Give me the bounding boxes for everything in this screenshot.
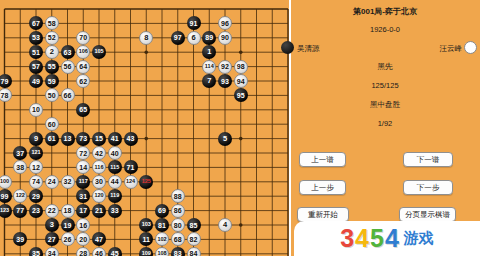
stone-124: 124: [124, 175, 138, 189]
restart-button[interactable]: 重新开始: [297, 207, 349, 222]
logo-digit: 4: [385, 224, 400, 253]
stone-119: 119: [108, 189, 122, 203]
game-result: 黑中盘胜: [290, 100, 480, 110]
stone-69: 69: [155, 204, 169, 218]
stone-60: 60: [45, 117, 59, 131]
stone-81: 81: [155, 218, 169, 232]
stone-42: 42: [92, 146, 106, 160]
stone-71: 71: [124, 160, 138, 174]
stone-57: 57: [29, 60, 43, 74]
stone-74: 74: [29, 175, 43, 189]
stone-125: 125: [139, 175, 153, 189]
stone-56: 56: [61, 60, 75, 74]
stone-64: 64: [76, 60, 90, 74]
stone-100: 100: [0, 175, 12, 189]
next-move-button[interactable]: 下一步: [403, 180, 453, 195]
stone-79: 79: [0, 74, 12, 88]
stone-43: 43: [124, 132, 138, 146]
stone-19: 19: [61, 218, 75, 232]
stone-53: 53: [29, 31, 43, 45]
stone-23: 23: [29, 204, 43, 218]
stone-46: 46: [92, 247, 106, 256]
stone-89: 89: [202, 31, 216, 45]
stone-94: 94: [234, 74, 248, 88]
stone-24: 24: [45, 175, 59, 189]
stone-4: 4: [218, 218, 232, 232]
stone-83: 83: [171, 247, 185, 256]
stone-98: 98: [234, 60, 248, 74]
stone-55: 55: [45, 60, 59, 74]
stone-99: 99: [0, 189, 12, 203]
stone-41: 41: [108, 132, 122, 146]
stone-30: 30: [92, 175, 106, 189]
stone-8: 8: [139, 31, 153, 45]
stone-114: 114: [202, 60, 216, 74]
stone-52: 52: [45, 31, 59, 45]
stone-33: 33: [108, 204, 122, 218]
prev-move-button[interactable]: 上一步: [299, 180, 346, 195]
game-index: 1/92: [290, 119, 480, 128]
stone-35: 35: [29, 247, 43, 256]
stone-123: 123: [0, 204, 12, 218]
stone-70: 70: [76, 31, 90, 45]
stone-44: 44: [108, 175, 122, 189]
first-move-label: 黑先: [290, 62, 480, 72]
logo-digit: 3: [340, 224, 355, 253]
stone-21: 21: [92, 204, 106, 218]
stone-80: 80: [171, 218, 185, 232]
prev-game-button[interactable]: 上一谱: [299, 152, 346, 167]
app-window: 1234567891011121314151617181920212223242…: [0, 0, 480, 256]
star-point: [239, 50, 243, 54]
stone-32: 32: [61, 175, 75, 189]
stone-82: 82: [187, 232, 201, 246]
logo-suffix: 游戏: [404, 229, 434, 248]
stone-85: 85: [187, 218, 201, 232]
game-date: 1926-0-0: [290, 25, 480, 34]
stone-34: 34: [45, 247, 59, 256]
stone-73: 73: [76, 132, 90, 146]
stone-59: 59: [45, 74, 59, 88]
star-point: [239, 223, 243, 227]
black-player-name: 吴清源: [297, 44, 320, 54]
black-player-stone-icon: [281, 41, 294, 54]
stone-91: 91: [187, 16, 201, 30]
stone-9: 9: [29, 132, 43, 146]
stone-88: 88: [171, 189, 185, 203]
star-point: [144, 137, 148, 141]
white-player-stone-icon: [464, 41, 477, 54]
logo-digit: 4: [355, 224, 370, 253]
stone-40: 40: [108, 146, 122, 160]
stone-13: 13: [61, 132, 75, 146]
stone-2: 2: [45, 45, 59, 59]
stone-22: 22: [45, 204, 59, 218]
stone-18: 18: [61, 204, 75, 218]
logo-digit: 5: [370, 224, 385, 253]
stone-117: 117: [76, 175, 90, 189]
stone-63: 63: [61, 45, 75, 59]
next-game-button[interactable]: 下一谱: [403, 152, 453, 167]
white-player-name: 汪云峰: [440, 44, 463, 54]
panel-divider: [289, 0, 292, 256]
game-title: 第001局-弈于北京: [290, 6, 480, 17]
stone-90: 90: [218, 31, 232, 45]
stone-10: 10: [29, 103, 43, 117]
stone-65: 65: [76, 103, 90, 117]
stone-84: 84: [187, 247, 201, 256]
stone-17: 17: [76, 204, 90, 218]
stone-49: 49: [29, 74, 43, 88]
stone-77: 77: [13, 204, 27, 218]
star-point: [239, 137, 243, 141]
paged-kifu-button[interactable]: 分页显示棋谱: [399, 207, 456, 222]
stone-97: 97: [171, 31, 185, 45]
stone-93: 93: [218, 74, 232, 88]
star-point: [144, 50, 148, 54]
3454-games-logo[interactable]: 3454游戏: [294, 221, 480, 256]
stone-86: 86: [171, 204, 185, 218]
stone-6: 6: [187, 31, 201, 45]
stone-108: 108: [155, 247, 169, 256]
stone-92: 92: [218, 60, 232, 74]
stone-61: 61: [45, 132, 59, 146]
move-counter: 125/125: [290, 81, 480, 90]
stone-3: 3: [45, 218, 59, 232]
stone-45: 45: [108, 247, 122, 256]
stone-5: 5: [218, 132, 232, 146]
stone-26: 26: [61, 232, 75, 246]
go-board: 1234567891011121314151617181920212223242…: [0, 0, 290, 256]
stone-15: 15: [92, 132, 106, 146]
stone-66: 66: [61, 88, 75, 102]
stone-121: 121: [29, 146, 43, 160]
